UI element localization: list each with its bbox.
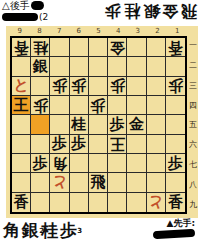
piece-gote-王-46: 王 — [110, 136, 125, 151]
square-6-4[interactable] — [70, 96, 89, 115]
top-bar: △後手 (2 飛金2銀桂歩 — [0, 0, 200, 26]
piece-gote-金-41: 金 — [110, 40, 125, 55]
square-8-7[interactable]: 歩 — [31, 154, 50, 173]
rank-coordinate-labels: 一二三四五六七八九 — [188, 36, 198, 214]
square-9-2[interactable] — [12, 57, 31, 76]
piece-gote-香-91: 香 — [14, 40, 29, 55]
square-2-9[interactable]: と — [147, 193, 166, 212]
hand-piece-glyph: 飛 — [178, 2, 197, 21]
hand-piece-gote-金: 金2 — [159, 1, 178, 21]
piece-sente-歩-66: 歩 — [71, 136, 86, 151]
square-4-7[interactable] — [108, 154, 127, 173]
square-6-6[interactable]: 歩 — [70, 135, 89, 154]
gote-player-info: △後手 (2 — [2, 0, 48, 22]
square-8-2[interactable]: 銀 — [31, 57, 50, 76]
gote-note: (2 — [39, 12, 48, 22]
square-2-1[interactable] — [147, 38, 166, 57]
square-6-9[interactable] — [70, 193, 89, 212]
square-8-5[interactable] — [31, 115, 50, 134]
square-9-4[interactable]: 王 — [12, 96, 31, 115]
square-7-3[interactable]: 歩 — [50, 77, 69, 96]
file-label-2: 2 — [148, 26, 168, 36]
redacted-gote-name — [31, 1, 44, 10]
piece-gote-歩-43: 歩 — [110, 78, 125, 93]
square-9-9[interactable]: 香 — [12, 193, 31, 212]
piece-sente-飛-58: 飛 — [90, 175, 105, 190]
hand-piece-gote-歩: 歩 — [102, 1, 121, 21]
square-1-7[interactable]: 歩 — [166, 154, 185, 173]
square-1-5[interactable] — [166, 115, 185, 134]
piece-gote-角-77: 角 — [52, 156, 67, 171]
square-5-4[interactable]: 歩 — [89, 96, 108, 115]
square-7-2[interactable] — [50, 57, 69, 76]
square-6-2[interactable] — [70, 57, 89, 76]
rank-label-2: 二 — [188, 56, 198, 76]
square-5-7[interactable] — [89, 154, 108, 173]
rank-label-6: 六 — [188, 135, 198, 155]
piece-gote-香-11: 香 — [168, 40, 183, 55]
file-label-7: 7 — [49, 26, 69, 36]
hand-piece-gote-飛: 飛 — [178, 1, 197, 21]
square-1-6[interactable] — [166, 135, 185, 154]
square-1-3[interactable]: 歩 — [166, 77, 185, 96]
hand-piece-glyph: 桂 — [121, 2, 140, 21]
rank-label-5: 五 — [188, 115, 198, 135]
rank-label-4: 四 — [188, 95, 198, 115]
redacted-gote-detail — [2, 13, 38, 21]
file-label-1: 1 — [167, 26, 187, 36]
piece-sente-歩-17: 歩 — [168, 156, 183, 171]
square-8-1[interactable]: 桂 — [31, 38, 50, 57]
hand-piece-sente-角: 角 — [3, 220, 22, 240]
piece-gote-桂-81: 桂 — [33, 40, 48, 55]
square-9-5[interactable] — [12, 115, 31, 134]
rank-label-3: 三 — [188, 76, 198, 96]
square-1-8[interactable] — [166, 173, 185, 192]
sente-label: ▲先手: — [153, 218, 195, 228]
square-4-5[interactable]: 歩 — [108, 115, 127, 134]
rank-label-8: 八 — [188, 174, 198, 194]
square-5-3[interactable] — [89, 77, 108, 96]
gote-label: △後手 — [2, 0, 30, 11]
square-5-1[interactable] — [89, 38, 108, 57]
piece-sente-香-99: 香 — [14, 195, 29, 210]
piece-sente-香-19: 香 — [168, 195, 183, 210]
hand-piece-glyph: 銀 — [140, 2, 159, 21]
square-2-2[interactable] — [147, 57, 166, 76]
hand-piece-sente-銀: 銀2 — [22, 220, 41, 240]
square-3-8[interactable] — [127, 173, 146, 192]
file-label-6: 6 — [69, 26, 89, 36]
piece-sente-と-93: と — [13, 78, 28, 93]
hand-piece-glyph: 角 — [3, 220, 22, 240]
rank-label-7: 七 — [188, 155, 198, 175]
hand-piece-sente-歩: 歩3 — [60, 220, 79, 240]
piece-sente-桂-65: 桂 — [71, 117, 86, 132]
square-2-3[interactable] — [147, 77, 166, 96]
square-6-8[interactable] — [70, 173, 89, 192]
square-8-3[interactable] — [31, 77, 50, 96]
square-8-9[interactable] — [31, 193, 50, 212]
square-3-5[interactable]: 金 — [127, 115, 146, 134]
piece-sente-歩-45: 歩 — [110, 117, 125, 132]
hand-piece-glyph: 金 — [159, 2, 178, 21]
hand-piece-sente-桂: 桂 — [41, 220, 60, 240]
square-6-3[interactable]: 歩 — [70, 77, 89, 96]
square-6-1[interactable] — [70, 38, 89, 57]
square-1-9[interactable]: 香 — [166, 193, 185, 212]
square-3-9[interactable] — [127, 193, 146, 212]
square-8-4[interactable]: 歩 — [31, 96, 50, 115]
hand-piece-count: 3 — [77, 221, 82, 241]
sente-player-info: ▲先手: — [153, 218, 195, 238]
square-9-1[interactable]: 香 — [12, 38, 31, 57]
hand-piece-gote-桂: 桂 — [121, 1, 140, 21]
hand-piece-glyph: 歩 — [102, 2, 121, 21]
square-7-9[interactable] — [50, 193, 69, 212]
square-1-1[interactable]: 香 — [166, 38, 185, 57]
square-3-7[interactable] — [127, 154, 146, 173]
square-7-6[interactable]: 歩 — [50, 135, 69, 154]
hand-piece-gote-銀: 銀 — [140, 1, 159, 21]
square-9-3[interactable]: と — [12, 77, 31, 96]
file-coordinate-labels: 987654321 — [10, 26, 187, 36]
square-2-7[interactable] — [147, 154, 166, 173]
square-7-8[interactable]: と — [50, 173, 69, 192]
square-4-3[interactable]: 歩 — [108, 77, 127, 96]
file-label-9: 9 — [10, 26, 30, 36]
square-4-4[interactable] — [108, 96, 127, 115]
square-9-8[interactable] — [12, 173, 31, 192]
square-9-7[interactable] — [12, 154, 31, 173]
rank-label-9: 九 — [188, 194, 198, 214]
gote-captured-pieces-tray: 飛金2銀桂歩 — [102, 1, 197, 21]
square-2-8[interactable] — [147, 173, 166, 192]
shogi-board: 香桂金香銀と歩歩歩歩王歩歩桂歩金歩歩王歩角歩と飛香と香 — [10, 36, 187, 214]
square-1-4[interactable] — [166, 96, 185, 115]
piece-gote-と-29: と — [148, 195, 163, 210]
square-4-6[interactable]: 王 — [108, 135, 127, 154]
square-2-5[interactable] — [147, 115, 166, 134]
square-7-7[interactable]: 角 — [50, 154, 69, 173]
square-7-1[interactable] — [50, 38, 69, 57]
piece-gote-と-78: と — [52, 175, 67, 190]
square-2-4[interactable] — [147, 96, 166, 115]
piece-gote-歩-13: 歩 — [168, 78, 183, 93]
square-5-2[interactable] — [89, 57, 108, 76]
file-label-3: 3 — [128, 26, 148, 36]
square-1-2[interactable] — [166, 57, 185, 76]
piece-gote-歩-73: 歩 — [52, 78, 67, 93]
redacted-sente-name — [153, 229, 195, 239]
piece-gote-歩-63: 歩 — [71, 78, 86, 93]
board-panel: 987654321 香桂金香銀と歩歩歩歩王歩歩桂歩金歩歩王歩角歩と飛香と香 一二… — [6, 26, 198, 218]
square-6-7[interactable] — [70, 154, 89, 173]
piece-sente-金-35: 金 — [129, 117, 144, 132]
piece-gote-歩-54: 歩 — [90, 98, 105, 113]
rank-label-1: 一 — [188, 36, 198, 56]
square-8-6[interactable] — [31, 135, 50, 154]
square-5-6[interactable] — [89, 135, 108, 154]
piece-sente-王-94: 王 — [14, 98, 29, 113]
piece-sente-銀-82: 銀 — [33, 59, 48, 74]
square-5-9[interactable] — [89, 193, 108, 212]
square-3-4[interactable] — [127, 96, 146, 115]
file-label-8: 8 — [30, 26, 50, 36]
square-6-5[interactable]: 桂 — [70, 115, 89, 134]
file-label-4: 4 — [108, 26, 128, 36]
square-4-2[interactable] — [108, 57, 127, 76]
square-4-1[interactable]: 金 — [108, 38, 127, 57]
square-7-4[interactable] — [50, 96, 69, 115]
square-3-6[interactable] — [127, 135, 146, 154]
piece-gote-歩-84: 歩 — [33, 98, 48, 113]
square-5-8[interactable]: 飛 — [89, 173, 108, 192]
square-2-6[interactable] — [147, 135, 166, 154]
piece-sente-歩-76: 歩 — [52, 136, 67, 151]
square-7-5[interactable] — [50, 115, 69, 134]
square-3-3[interactable] — [127, 77, 146, 96]
square-8-8[interactable] — [31, 173, 50, 192]
square-9-6[interactable] — [12, 135, 31, 154]
square-3-1[interactable] — [127, 38, 146, 57]
piece-sente-歩-87: 歩 — [33, 156, 48, 171]
square-3-2[interactable] — [127, 57, 146, 76]
square-4-9[interactable] — [108, 193, 127, 212]
square-4-8[interactable] — [108, 173, 127, 192]
square-5-5[interactable] — [89, 115, 108, 134]
hand-piece-glyph: 桂 — [41, 220, 60, 240]
file-label-5: 5 — [89, 26, 109, 36]
bottom-bar: 角銀2桂歩3 ▲先手: — [0, 218, 200, 242]
sente-captured-pieces-tray: 角銀2桂歩3 — [3, 220, 79, 240]
